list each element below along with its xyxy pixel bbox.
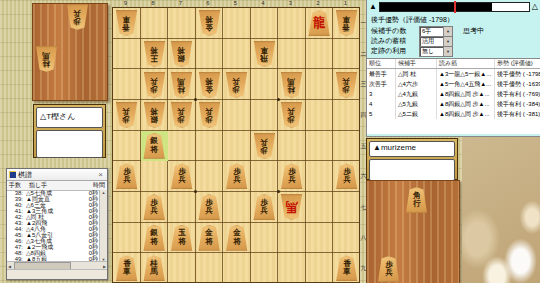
candidate-pv: ▲8四銀△同 歩▲... xyxy=(436,89,494,99)
kifu-col-move: 指し手 xyxy=(27,181,85,190)
gote-player-plate: △T樫さん xyxy=(33,104,106,158)
piece-sente-67[interactable]: 歩兵 xyxy=(198,194,221,220)
piece-gote-94[interactable]: 歩兵 xyxy=(115,102,138,128)
candidate-move: △同 桂 xyxy=(395,69,436,79)
scroll-left-icon[interactable]: ◀ xyxy=(7,264,12,269)
piece-gote-73[interactable]: 桂馬 xyxy=(170,72,193,98)
file-label-9: 9 xyxy=(112,0,139,7)
candidate-pv: ▲5一角△4五飛▲... xyxy=(436,79,494,89)
candidate-eval: 後手優勢 ( -1798) xyxy=(494,69,540,79)
candidate-rank: 次善手 xyxy=(367,79,395,89)
candidate-row[interactable]: 最善手△同 桂▲3一龍△5一銀▲...後手優勢 ( -1798) xyxy=(367,69,540,79)
piece-gote-91[interactable]: 香車 xyxy=(115,10,138,36)
hoshi-dot xyxy=(194,98,197,101)
close-icon[interactable]: × xyxy=(96,170,105,179)
piece-sente-36[interactable]: 歩兵 xyxy=(280,163,303,189)
piece-gote-13[interactable]: 歩兵 xyxy=(335,72,358,98)
piece-gote-42[interactable]: 飛車 xyxy=(253,41,276,67)
piece-gote-11[interactable]: 香車 xyxy=(335,10,358,36)
candidate-header-row: 順位候補手読み筋形勢 (評価値) xyxy=(367,59,540,69)
kifu-titlebar[interactable]: 棋譜 × xyxy=(7,169,107,181)
piece-sente-88[interactable]: 銀将 xyxy=(143,225,166,251)
kifu-status-bar xyxy=(7,269,107,279)
candidate-move: △4六歩 xyxy=(395,79,436,89)
kifu-vertical-scrollbar[interactable]: ▲ ▼ xyxy=(99,190,107,262)
decorative-photo xyxy=(462,137,540,283)
analysis-panel: ▲ △ 後手優勢（評価値 -1798） 候補手の数6手▼思考中読みの蓄積活用▼定… xyxy=(366,0,540,137)
file-label-8: 8 xyxy=(140,0,167,7)
piece-gote-53[interactable]: 歩兵 xyxy=(225,72,248,98)
piece-gote-45[interactable]: 歩兵 xyxy=(253,133,276,159)
option-label: 読みの蓄積 xyxy=(371,36,419,46)
candidate-row[interactable]: 次善手△4六歩▲5一角△4五飛▲...後手優勢 ( -1639) xyxy=(367,79,540,89)
candidate-rank: 4 xyxy=(367,99,395,109)
piece-gote-33[interactable]: 桂馬 xyxy=(280,72,303,98)
candidate-row[interactable]: 3△4九銀▲8四銀△同 歩▲...後手有利 ( -769) xyxy=(367,89,540,99)
piece-sente-58[interactable]: 金将 xyxy=(225,225,248,251)
piece-gote-63[interactable]: 金将 xyxy=(198,72,221,98)
candidate-rank: 最善手 xyxy=(367,69,395,79)
piece-sente-21[interactable]: 龍 xyxy=(308,10,331,36)
eval-bar-fill xyxy=(380,3,492,11)
piece-sente-96[interactable]: 歩兵 xyxy=(115,163,138,189)
candidate-eval: 後手有利 ( -384) xyxy=(494,99,540,109)
option-label: 定跡の利用 xyxy=(371,46,419,56)
piece-sente-56[interactable]: 歩兵 xyxy=(225,163,248,189)
kifu-title: 棋譜 xyxy=(18,170,96,180)
candidate-move: △5九銀 xyxy=(395,99,436,109)
candidate-col-header: 候補手 xyxy=(395,59,436,68)
option-row-2: 定跡の利用無し▼ xyxy=(371,46,463,56)
hoshi-dot xyxy=(277,98,280,101)
sente-player-name: ▲murizeme xyxy=(369,141,455,157)
candidate-move: △5二銀 xyxy=(395,109,436,119)
candidate-row[interactable]: 4△5九銀▲8四銀△同 歩▲...後手有利 ( -384) xyxy=(367,99,540,109)
piece-gote-34[interactable]: 歩兵 xyxy=(280,102,303,128)
piece-gote-82[interactable]: 王将 xyxy=(143,41,166,67)
option-row-1: 読みの蓄積活用▼ xyxy=(371,36,463,46)
piece-sente-47[interactable]: 歩兵 xyxy=(253,194,276,220)
option-label: 候補手の数 xyxy=(371,26,419,36)
piece-sente-16[interactable]: 歩兵 xyxy=(335,163,358,189)
piece-gote-83[interactable]: 歩兵 xyxy=(143,72,166,98)
candidate-col-header: 形勢 (評価値) xyxy=(494,59,540,68)
file-label-3: 3 xyxy=(277,0,304,7)
evaluation-text: 後手優勢（評価値 -1798） xyxy=(371,15,454,25)
eval-bar-track xyxy=(379,2,530,12)
candidate-eval: 後手有利 ( -381) xyxy=(494,109,540,119)
sente-player-plate: ▲murizeme xyxy=(366,138,458,180)
candidate-col-header: 読み筋 xyxy=(436,59,494,68)
candidate-row[interactable]: 5△5二銀▲8四銀△同 歩▲...後手有利 ( -381) xyxy=(367,109,540,119)
sente-time-box xyxy=(369,159,455,181)
candidate-rank: 5 xyxy=(367,109,395,119)
piece-sente-19[interactable]: 香車 xyxy=(335,255,358,281)
candidate-table[interactable]: 順位候補手読み筋形勢 (評価値)最善手△同 桂▲3一龍△5一銀▲...後手優勢 … xyxy=(367,58,540,134)
sente-mark: ▲ xyxy=(369,2,377,12)
file-label-5: 5 xyxy=(222,0,249,7)
file-label-7: 7 xyxy=(167,0,194,7)
file-label-4: 4 xyxy=(250,0,277,7)
piece-gote-84[interactable]: 銀将 xyxy=(143,102,166,128)
hoshi-dot xyxy=(277,190,280,193)
file-label-2: 2 xyxy=(305,0,332,7)
candidate-pv: ▲8四銀△同 歩▲... xyxy=(436,109,494,119)
kifu-col-moveno: 手数 xyxy=(7,181,27,190)
piece-sente-99[interactable]: 香車 xyxy=(115,255,138,281)
gote-time-box xyxy=(36,130,103,158)
piece-gote-37[interactable]: 馬 xyxy=(280,194,303,220)
candidate-pv: ▲8四銀△同 歩▲... xyxy=(436,99,494,109)
file-label-1: 1 xyxy=(332,0,359,7)
kifu-window[interactable]: 棋譜 × 手数 指し手 時間 38:△5七角成0秒39:▲同金直0秒40:△6三… xyxy=(6,168,108,280)
option-status: 思考中 xyxy=(463,26,484,36)
candidate-pv: ▲3一龍△5一銀▲... xyxy=(436,69,494,79)
piece-gote-72[interactable]: 銀将 xyxy=(170,41,193,67)
gote-mark: △ xyxy=(532,2,538,12)
kifu-window-icon xyxy=(9,171,16,178)
candidate-col-header: 順位 xyxy=(367,59,395,68)
shogi-board[interactable]: 香車金将龍香車王将銀将飛車歩兵桂馬金将歩兵桂馬歩兵歩兵銀将歩兵歩兵歩兵銀将歩兵歩… xyxy=(112,7,360,283)
file-label-6: 6 xyxy=(195,0,222,7)
option-row-0: 候補手の数6手▼思考中 xyxy=(371,26,484,36)
gote-player-name: △T樫さん xyxy=(36,107,103,128)
candidate-rank: 3 xyxy=(367,89,395,99)
piece-sente-87[interactable]: 歩兵 xyxy=(143,194,166,220)
scroll-right-icon[interactable]: ▶ xyxy=(102,264,107,269)
piece-sente-89[interactable]: 桂馬 xyxy=(143,255,166,281)
piece-sente-68[interactable]: 金将 xyxy=(198,225,221,251)
kifu-move-list[interactable]: 38:△5七角成0秒39:▲同金直0秒40:△6三金0秒41:▲3三角成0秒42… xyxy=(7,190,100,262)
piece-sente-76[interactable]: 歩兵 xyxy=(170,163,193,189)
piece-gote-64[interactable]: 歩兵 xyxy=(198,102,221,128)
candidate-move: △4九銀 xyxy=(395,89,436,99)
piece-sente-78[interactable]: 玉将 xyxy=(170,225,193,251)
hoshi-dot xyxy=(194,190,197,193)
piece-gote-61[interactable]: 金将 xyxy=(198,10,221,36)
candidate-eval: 後手優勢 ( -1639) xyxy=(494,79,540,89)
eval-center-marker xyxy=(454,1,456,13)
kifu-col-time: 時間 xyxy=(85,181,107,190)
candidate-eval: 後手有利 ( -769) xyxy=(494,89,540,99)
piece-gote-74[interactable]: 歩兵 xyxy=(170,102,193,128)
evaluation-bar: ▲ △ xyxy=(369,2,538,12)
dropdown-2[interactable]: 無し▼ xyxy=(419,46,453,57)
scroll-up-icon[interactable]: ▲ xyxy=(102,190,106,195)
